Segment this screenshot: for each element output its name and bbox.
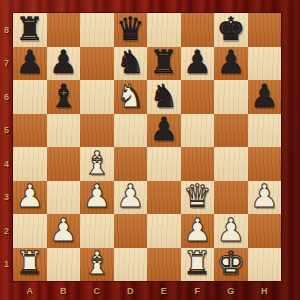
square-b8[interactable] xyxy=(47,13,81,47)
square-f1[interactable]: ♜ xyxy=(181,248,215,282)
piece-wP-h3[interactable]: ♟ xyxy=(250,181,279,213)
piece-wP-a3[interactable]: ♟ xyxy=(15,181,44,213)
square-d1[interactable] xyxy=(114,248,148,282)
square-b5[interactable] xyxy=(47,114,81,148)
piece-wP-c3[interactable]: ♟ xyxy=(82,181,111,213)
file-label-e: E xyxy=(147,281,181,300)
file-label-a: A xyxy=(13,281,47,300)
square-d7[interactable]: ♞ xyxy=(114,47,148,81)
square-g7[interactable]: ♟ xyxy=(214,47,248,81)
square-g4[interactable] xyxy=(214,147,248,181)
piece-bN-d7[interactable]: ♞ xyxy=(116,47,145,79)
square-f6[interactable] xyxy=(181,80,215,114)
piece-wK-g1[interactable]: ♚ xyxy=(216,248,245,280)
rank-label-1: 1 xyxy=(0,248,13,282)
square-a3[interactable]: ♟ xyxy=(13,181,47,215)
square-e4[interactable] xyxy=(147,147,181,181)
rank-label-4: 4 xyxy=(0,147,13,181)
square-d8[interactable]: ♛ xyxy=(114,13,148,47)
square-b1[interactable] xyxy=(47,248,81,282)
square-b2[interactable]: ♟ xyxy=(47,214,81,248)
file-label-b: B xyxy=(47,281,81,300)
square-c5[interactable] xyxy=(80,114,114,148)
square-d6[interactable]: ♞ xyxy=(114,80,148,114)
square-h8[interactable] xyxy=(248,13,282,47)
piece-bP-g7[interactable]: ♟ xyxy=(216,47,245,79)
square-h1[interactable] xyxy=(248,248,282,282)
square-e7[interactable]: ♜ xyxy=(147,47,181,81)
file-label-g: G xyxy=(214,281,248,300)
piece-bR-a8[interactable]: ♜ xyxy=(15,13,44,45)
piece-bP-e5[interactable]: ♟ xyxy=(149,114,178,146)
square-a2[interactable] xyxy=(13,214,47,248)
piece-wQ-f3[interactable]: ♛ xyxy=(183,181,212,213)
file-label-f: F xyxy=(181,281,215,300)
square-b7[interactable]: ♟ xyxy=(47,47,81,81)
square-c3[interactable]: ♟ xyxy=(80,181,114,215)
piece-bP-b7[interactable]: ♟ xyxy=(49,47,78,79)
square-e3[interactable] xyxy=(147,181,181,215)
piece-bR-e7[interactable]: ♜ xyxy=(149,47,178,79)
piece-wR-a1[interactable]: ♜ xyxy=(15,248,44,280)
square-c7[interactable] xyxy=(80,47,114,81)
square-b6[interactable]: ♝ xyxy=(47,80,81,114)
square-h7[interactable] xyxy=(248,47,282,81)
square-h4[interactable] xyxy=(248,147,282,181)
square-f8[interactable] xyxy=(181,13,215,47)
square-d5[interactable] xyxy=(114,114,148,148)
chess-diagram: ♜♛♚♟♟♞♜♟♟♝♞♞♟♟♝♟♟♟♛♟♟♟♟♜♝♜♚ 8 7 6 5 4 3 … xyxy=(0,0,300,300)
rank-label-7: 7 xyxy=(0,47,13,81)
file-labels: A B C D E F G H xyxy=(13,281,281,300)
square-g1[interactable]: ♚ xyxy=(214,248,248,282)
piece-wB-c4[interactable]: ♝ xyxy=(82,147,111,179)
square-f3[interactable]: ♛ xyxy=(181,181,215,215)
square-e2[interactable] xyxy=(147,214,181,248)
square-b4[interactable] xyxy=(47,147,81,181)
rank-label-3: 3 xyxy=(0,181,13,215)
piece-wR-f1[interactable]: ♜ xyxy=(183,248,212,280)
rank-label-5: 5 xyxy=(0,114,13,148)
square-e6[interactable]: ♞ xyxy=(147,80,181,114)
square-h6[interactable]: ♟ xyxy=(248,80,282,114)
rank-label-2: 2 xyxy=(0,214,13,248)
piece-bK-g8[interactable]: ♚ xyxy=(216,13,245,45)
square-h2[interactable] xyxy=(248,214,282,248)
square-g5[interactable] xyxy=(214,114,248,148)
piece-bP-h6[interactable]: ♟ xyxy=(250,80,279,112)
square-g8[interactable]: ♚ xyxy=(214,13,248,47)
rank-label-8: 8 xyxy=(0,13,13,47)
piece-bQ-d8[interactable]: ♛ xyxy=(116,13,145,45)
piece-wN-d6[interactable]: ♞ xyxy=(116,80,145,112)
square-f2[interactable]: ♟ xyxy=(181,214,215,248)
square-g2[interactable]: ♟ xyxy=(214,214,248,248)
piece-bP-f7[interactable]: ♟ xyxy=(183,47,212,79)
file-label-c: C xyxy=(80,281,114,300)
square-e1[interactable] xyxy=(147,248,181,282)
square-f4[interactable] xyxy=(181,147,215,181)
square-f5[interactable] xyxy=(181,114,215,148)
piece-wP-b2[interactable]: ♟ xyxy=(49,214,78,246)
square-d3[interactable]: ♟ xyxy=(114,181,148,215)
piece-bN-e6[interactable]: ♞ xyxy=(149,80,178,112)
square-a5[interactable] xyxy=(13,114,47,148)
file-label-h: H xyxy=(248,281,282,300)
file-label-d: D xyxy=(114,281,148,300)
square-b3[interactable] xyxy=(47,181,81,215)
piece-wP-g2[interactable]: ♟ xyxy=(216,214,245,246)
square-f7[interactable]: ♟ xyxy=(181,47,215,81)
square-a4[interactable] xyxy=(13,147,47,181)
square-a1[interactable]: ♜ xyxy=(13,248,47,282)
square-d2[interactable] xyxy=(114,214,148,248)
piece-wP-f2[interactable]: ♟ xyxy=(183,214,212,246)
square-a8[interactable]: ♜ xyxy=(13,13,47,47)
square-c2[interactable] xyxy=(80,214,114,248)
square-c8[interactable] xyxy=(80,13,114,47)
square-e5[interactable]: ♟ xyxy=(147,114,181,148)
piece-bP-a7[interactable]: ♟ xyxy=(15,47,44,79)
square-c4[interactable]: ♝ xyxy=(80,147,114,181)
square-h5[interactable] xyxy=(248,114,282,148)
square-e8[interactable] xyxy=(147,13,181,47)
square-g6[interactable] xyxy=(214,80,248,114)
piece-bB-b6[interactable]: ♝ xyxy=(49,80,78,112)
square-c1[interactable]: ♝ xyxy=(80,248,114,282)
square-g3[interactable] xyxy=(214,181,248,215)
rank-labels: 8 7 6 5 4 3 2 1 xyxy=(0,13,13,281)
square-h3[interactable]: ♟ xyxy=(248,181,282,215)
chess-board: ♜♛♚♟♟♞♜♟♟♝♞♞♟♟♝♟♟♟♛♟♟♟♟♜♝♜♚ xyxy=(13,13,281,281)
piece-wB-c1[interactable]: ♝ xyxy=(82,248,111,280)
square-a7[interactable]: ♟ xyxy=(13,47,47,81)
rank-label-6: 6 xyxy=(0,80,13,114)
square-a6[interactable] xyxy=(13,80,47,114)
square-c6[interactable] xyxy=(80,80,114,114)
square-d4[interactable] xyxy=(114,147,148,181)
piece-wP-d3[interactable]: ♟ xyxy=(116,181,145,213)
